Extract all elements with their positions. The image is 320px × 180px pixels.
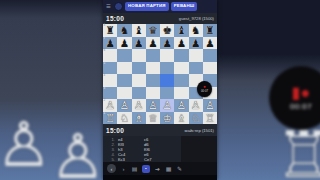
board-icon[interactable]: ▦ xyxy=(165,165,172,172)
square-f4[interactable] xyxy=(174,74,188,87)
white-pawn: ♙ xyxy=(191,100,200,110)
avatar[interactable] xyxy=(114,2,123,11)
square-b7[interactable]: ♟ xyxy=(117,37,131,50)
square-c8[interactable]: ♝ xyxy=(132,24,146,37)
square-d7[interactable]: ♟ xyxy=(146,37,160,50)
black-pawn: ♟ xyxy=(177,38,186,48)
square-c6[interactable] xyxy=(132,49,146,62)
app-bar: ≡ НОВАЯ ПАРТИЯ РЕВАНШ xyxy=(103,0,217,13)
rank-label: 2 xyxy=(104,99,106,102)
screen-recorder-fab[interactable]: ● 00:07 xyxy=(197,81,212,97)
square-g8[interactable]: ♞ xyxy=(189,24,203,37)
rank-label: 3 xyxy=(104,87,106,90)
white-pawn: ♙ xyxy=(134,100,143,110)
square-h1[interactable]: ♖ xyxy=(203,112,217,125)
square-a4[interactable]: 4 xyxy=(103,74,117,87)
white-pawn: ♙ xyxy=(205,100,214,110)
opponent-clock: 15:00 xyxy=(106,15,124,22)
white-knight: ♘ xyxy=(191,113,200,123)
square-f7[interactable]: ♟ xyxy=(174,37,188,50)
square-f3[interactable] xyxy=(174,87,188,100)
white-pawn: ♙ xyxy=(120,100,129,110)
share-icon[interactable]: ➔ xyxy=(154,165,161,172)
black-knight: ♞ xyxy=(120,25,129,35)
giant-white-rook-icon: ♖ xyxy=(275,118,320,180)
square-e2[interactable]: ♙ xyxy=(160,99,174,112)
square-e6[interactable] xyxy=(160,49,174,62)
black-pawn: ♟ xyxy=(134,38,143,48)
square-e5[interactable] xyxy=(160,62,174,75)
black-queen: ♛ xyxy=(148,25,157,35)
black-pawn: ♟ xyxy=(191,38,200,48)
black-pawn: ♟ xyxy=(205,38,214,48)
black-knight: ♞ xyxy=(191,25,200,35)
square-a7[interactable]: 7♟ xyxy=(103,37,117,50)
bottom-filler xyxy=(103,175,217,180)
black-pawn: ♟ xyxy=(148,38,157,48)
square-f6[interactable] xyxy=(174,49,188,62)
square-a5[interactable]: 5 xyxy=(103,62,117,75)
black-bishop: ♝ xyxy=(134,25,143,35)
chess-board[interactable]: 8♜♞♝♛♚♝♞♜7♟♟♟♟♟♟♟♟65432♙♙♙♙♙♙♙♙1♖♘♗♕♔♗♘♖ xyxy=(103,24,217,124)
white-pawn: ♙ xyxy=(177,100,186,110)
square-e7[interactable]: ♟ xyxy=(160,37,174,50)
black-rook: ♜ xyxy=(205,25,214,35)
square-a6[interactable]: 6 xyxy=(103,49,117,62)
menu-icon[interactable]: ≡ xyxy=(105,3,112,11)
square-e8[interactable]: ♚ xyxy=(160,24,174,37)
opponent-bar: 15:00 guest_9728 (1500) xyxy=(103,13,217,24)
profile-icon[interactable] xyxy=(187,165,194,172)
square-f5[interactable] xyxy=(174,62,188,75)
blurred-right-content: ▮● 00:07 ♖ xyxy=(217,0,320,180)
giant-white-pawn-icon: ♙ xyxy=(50,120,103,180)
square-b8[interactable]: ♞ xyxy=(117,24,131,37)
square-b3[interactable] xyxy=(117,87,131,100)
rematch-button[interactable]: РЕВАНШ xyxy=(171,2,198,11)
recorder-time: 00:07 xyxy=(201,90,208,93)
blurred-left-content: ♙ ♙ xyxy=(0,0,103,180)
rank-label: 4 xyxy=(104,74,106,77)
white-king: ♔ xyxy=(162,113,171,123)
black-pawn: ♟ xyxy=(162,38,171,48)
white-pawn: ♙ xyxy=(162,100,171,110)
player-name: майстер (1501) xyxy=(185,128,214,133)
white-queen: ♕ xyxy=(148,113,157,123)
black-pawn: ♟ xyxy=(105,38,114,48)
square-d6[interactable] xyxy=(146,49,160,62)
square-f8[interactable]: ♝ xyxy=(174,24,188,37)
square-d2[interactable]: ♙ xyxy=(146,99,160,112)
chat-icon[interactable]: ▪ xyxy=(142,165,150,173)
rank-label: 8 xyxy=(104,24,106,27)
back-icon[interactable]: ‹ xyxy=(107,164,116,173)
square-b2[interactable]: ♙ xyxy=(117,99,131,112)
square-h8[interactable]: ♜ xyxy=(203,24,217,37)
opponent-name: guest_9728 (1500) xyxy=(179,16,214,21)
square-d3[interactable] xyxy=(146,87,160,100)
white-pawn: ♙ xyxy=(105,100,114,110)
square-e4[interactable] xyxy=(160,74,174,87)
notation-icon[interactable]: ▤ xyxy=(131,165,138,172)
black-pawn: ♟ xyxy=(120,38,129,48)
recorder-time: 00:07 xyxy=(290,102,312,111)
square-a8[interactable]: 8♜ xyxy=(103,24,117,37)
square-e1[interactable]: ♔ xyxy=(160,112,174,125)
square-d1[interactable]: ♕ xyxy=(146,112,160,125)
square-c3[interactable] xyxy=(132,87,146,100)
square-d4[interactable] xyxy=(146,74,160,87)
square-g7[interactable]: ♟ xyxy=(189,37,203,50)
player-clock: 15:00 xyxy=(106,127,124,134)
thumbnail-stage: ♙ ♙ ▮● 00:07 ♖ ≡ НОВАЯ ПАРТИЯ РЕВАНШ 15:… xyxy=(0,0,320,180)
white-pawn: ♙ xyxy=(148,100,157,110)
rank-label: 5 xyxy=(104,62,106,65)
black-rook: ♜ xyxy=(105,25,114,35)
black-bishop: ♝ xyxy=(177,25,186,35)
square-h7[interactable]: ♟ xyxy=(203,37,217,50)
square-b6[interactable] xyxy=(117,49,131,62)
white-rook: ♖ xyxy=(205,113,214,123)
white-rook: ♖ xyxy=(105,113,114,123)
square-a1[interactable]: 1♖ xyxy=(103,112,117,125)
black-king: ♚ xyxy=(162,25,171,35)
square-d8[interactable]: ♛ xyxy=(146,24,160,37)
rank-label: 7 xyxy=(104,37,106,40)
square-c5[interactable] xyxy=(132,62,146,75)
giant-white-pawn-icon: ♙ xyxy=(0,108,52,180)
square-g6[interactable] xyxy=(189,49,203,62)
square-a3[interactable]: 3 xyxy=(103,87,117,100)
blurred-background-left: ♙ ♙ xyxy=(0,0,103,180)
square-c1[interactable]: ♗ xyxy=(132,112,146,125)
square-h5[interactable] xyxy=(203,62,217,75)
rank-label: 1 xyxy=(104,112,106,115)
move-list: 1.e4c62.Кf3d63.h3Кf64.Сc4e65.Кc3Сe7 xyxy=(103,136,217,162)
bottom-toolbar: ‹›▤▪➔▦✎ xyxy=(103,162,217,175)
rank-label: 6 xyxy=(104,49,106,52)
square-f2[interactable]: ♙ xyxy=(174,99,188,112)
square-g1[interactable]: ♘ xyxy=(189,112,203,125)
square-c7[interactable]: ♟ xyxy=(132,37,146,50)
forward-icon[interactable]: › xyxy=(120,165,127,172)
square-b1[interactable]: ♘ xyxy=(117,112,131,125)
white-bishop: ♗ xyxy=(177,113,186,123)
square-b5[interactable] xyxy=(117,62,131,75)
player-bar: 15:00 майстер (1501) xyxy=(103,124,217,136)
square-a2[interactable]: 2♙ xyxy=(103,99,117,112)
square-c4[interactable] xyxy=(132,74,146,87)
square-g5[interactable] xyxy=(189,62,203,75)
move-list-side-panel xyxy=(181,136,217,162)
square-d5[interactable] xyxy=(146,62,160,75)
white-knight: ♘ xyxy=(120,113,129,123)
new-game-button[interactable]: НОВАЯ ПАРТИЯ xyxy=(125,2,169,11)
square-f1[interactable]: ♗ xyxy=(174,112,188,125)
square-h6[interactable] xyxy=(203,49,217,62)
blurred-background-right: ▮● 00:07 ♖ xyxy=(217,0,320,180)
square-h2[interactable]: ♙ xyxy=(203,99,217,112)
square-e3[interactable] xyxy=(160,87,174,100)
white-bishop: ♗ xyxy=(134,113,143,123)
square-g2[interactable]: ♙ xyxy=(189,99,203,112)
move-table: 1.e4c62.Кf3d63.h3Кf64.Сc4e65.Кc3Сe7 xyxy=(103,136,181,162)
rec-icon: ▮● xyxy=(292,86,310,100)
edit-icon[interactable]: ✎ xyxy=(176,165,183,172)
square-c2[interactable]: ♙ xyxy=(132,99,146,112)
square-b4[interactable] xyxy=(117,74,131,87)
